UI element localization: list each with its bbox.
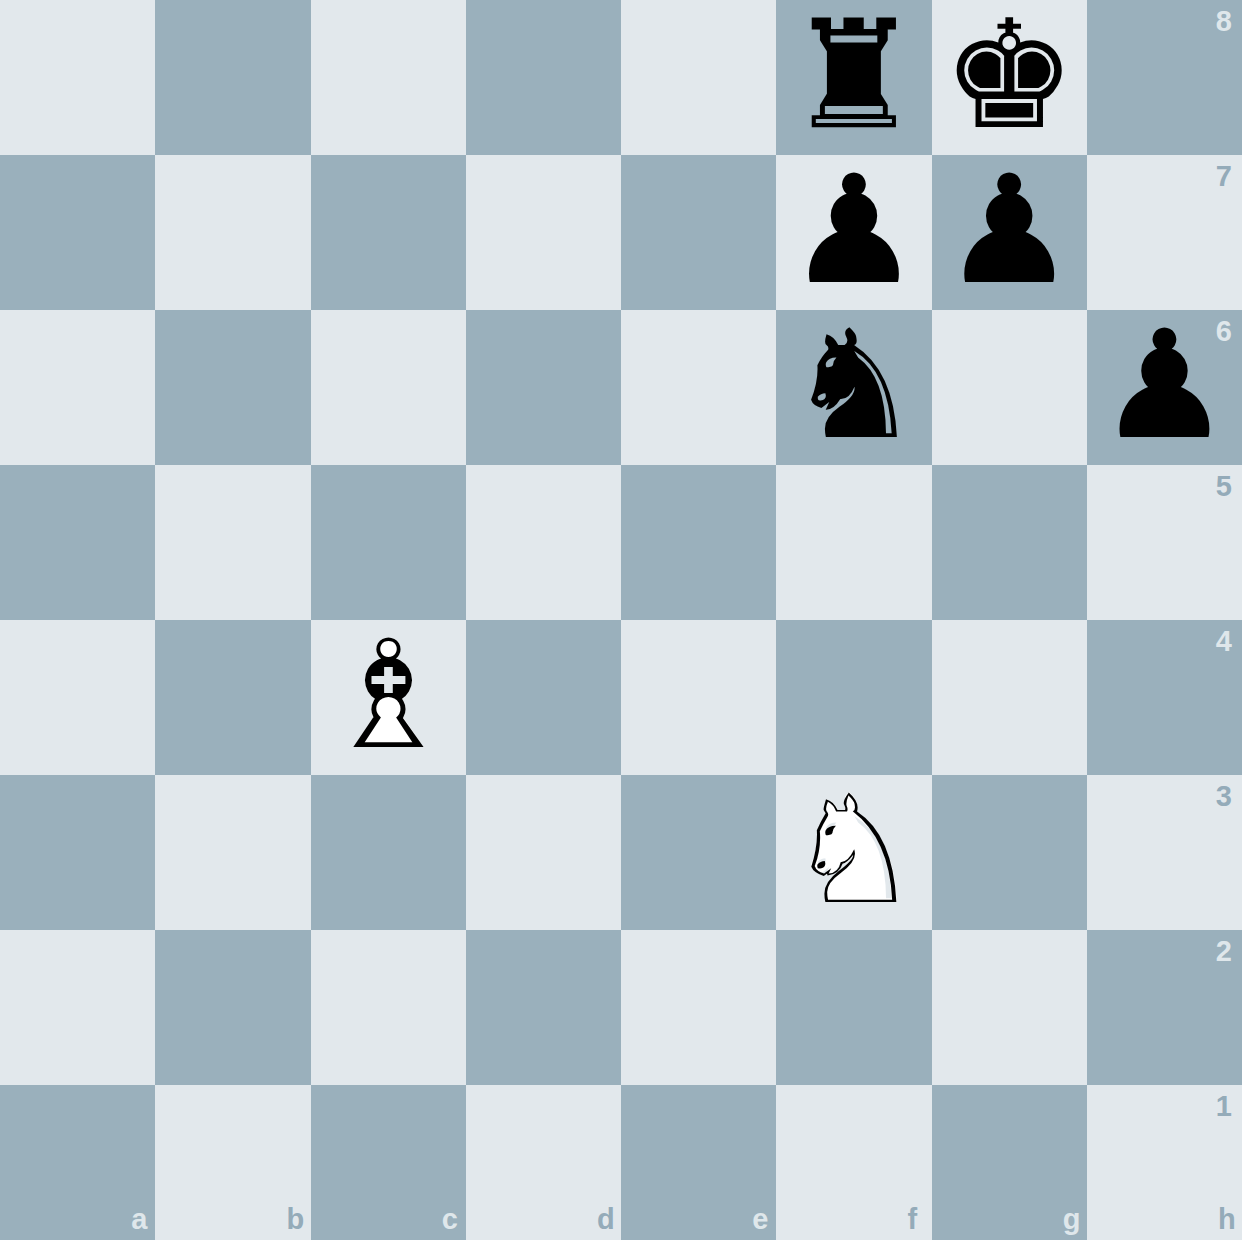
square-f6[interactable]: ♞	[776, 310, 931, 465]
square-a7[interactable]	[0, 155, 155, 310]
square-c6[interactable]	[311, 310, 466, 465]
square-b4[interactable]	[155, 620, 310, 775]
black-pawn-glyph: ♟	[1097, 310, 1231, 460]
black-pawn-f7[interactable]: ♟	[776, 155, 931, 310]
black-pawn-g7[interactable]: ♟	[932, 155, 1087, 310]
square-d6[interactable]	[466, 310, 621, 465]
square-d5[interactable]	[466, 465, 621, 620]
square-h4[interactable]	[1087, 620, 1242, 775]
square-e2[interactable]	[621, 930, 776, 1085]
black-pawn-glyph: ♟	[787, 155, 921, 305]
square-b3[interactable]	[155, 775, 310, 930]
square-a8[interactable]	[0, 0, 155, 155]
black-pawn-h6[interactable]: ♟	[1087, 310, 1242, 465]
square-e6[interactable]	[621, 310, 776, 465]
square-d4[interactable]	[466, 620, 621, 775]
square-h3[interactable]	[1087, 775, 1242, 930]
square-a6[interactable]	[0, 310, 155, 465]
square-e8[interactable]	[621, 0, 776, 155]
black-knight-glyph: ♞	[787, 310, 921, 460]
square-g4[interactable]	[932, 620, 1087, 775]
black-king-glyph: ♚	[942, 0, 1076, 150]
square-a3[interactable]	[0, 775, 155, 930]
square-a5[interactable]	[0, 465, 155, 620]
square-f2[interactable]	[776, 930, 931, 1085]
chess-board: ♜♚♟♟♞♟♝♗♞♘87654321abcdefgh	[0, 0, 1242, 1240]
square-d3[interactable]	[466, 775, 621, 930]
square-f7[interactable]: ♟	[776, 155, 931, 310]
square-a1[interactable]	[0, 1085, 155, 1240]
white-bishop-outline-glyph: ♗	[321, 620, 455, 770]
white-knight-outline-glyph: ♘	[787, 775, 921, 925]
square-d8[interactable]	[466, 0, 621, 155]
square-g7[interactable]: ♟	[932, 155, 1087, 310]
square-b5[interactable]	[155, 465, 310, 620]
square-b6[interactable]	[155, 310, 310, 465]
square-e1[interactable]	[621, 1085, 776, 1240]
white-bishop-c4[interactable]: ♝♗	[311, 620, 466, 775]
square-g8[interactable]: ♚	[932, 0, 1087, 155]
square-h7[interactable]	[1087, 155, 1242, 310]
square-g6[interactable]	[932, 310, 1087, 465]
square-b7[interactable]	[155, 155, 310, 310]
square-h8[interactable]	[1087, 0, 1242, 155]
square-f1[interactable]	[776, 1085, 931, 1240]
square-c3[interactable]	[311, 775, 466, 930]
square-g1[interactable]	[932, 1085, 1087, 1240]
square-d1[interactable]	[466, 1085, 621, 1240]
square-h6[interactable]: ♟	[1087, 310, 1242, 465]
square-c2[interactable]	[311, 930, 466, 1085]
square-f4[interactable]	[776, 620, 931, 775]
square-g3[interactable]	[932, 775, 1087, 930]
square-d2[interactable]	[466, 930, 621, 1085]
square-h5[interactable]	[1087, 465, 1242, 620]
white-knight-f3[interactable]: ♞♘	[776, 775, 931, 930]
black-pawn-glyph: ♟	[942, 155, 1076, 305]
square-f5[interactable]	[776, 465, 931, 620]
square-e7[interactable]	[621, 155, 776, 310]
square-a4[interactable]	[0, 620, 155, 775]
square-c4[interactable]: ♝♗	[311, 620, 466, 775]
black-knight-f6[interactable]: ♞	[776, 310, 931, 465]
square-g5[interactable]	[932, 465, 1087, 620]
black-rook-glyph: ♜	[787, 0, 921, 150]
square-g2[interactable]	[932, 930, 1087, 1085]
square-b8[interactable]	[155, 0, 310, 155]
square-c7[interactable]	[311, 155, 466, 310]
square-e3[interactable]	[621, 775, 776, 930]
square-d7[interactable]	[466, 155, 621, 310]
square-f8[interactable]: ♜	[776, 0, 931, 155]
square-b2[interactable]	[155, 930, 310, 1085]
square-a2[interactable]	[0, 930, 155, 1085]
black-rook-f8[interactable]: ♜	[776, 0, 931, 155]
square-h2[interactable]	[1087, 930, 1242, 1085]
black-king-g8[interactable]: ♚	[932, 0, 1087, 155]
square-e5[interactable]	[621, 465, 776, 620]
square-h1[interactable]	[1087, 1085, 1242, 1240]
square-c8[interactable]	[311, 0, 466, 155]
square-f3[interactable]: ♞♘	[776, 775, 931, 930]
square-e4[interactable]	[621, 620, 776, 775]
square-c5[interactable]	[311, 465, 466, 620]
square-b1[interactable]	[155, 1085, 310, 1240]
square-c1[interactable]	[311, 1085, 466, 1240]
